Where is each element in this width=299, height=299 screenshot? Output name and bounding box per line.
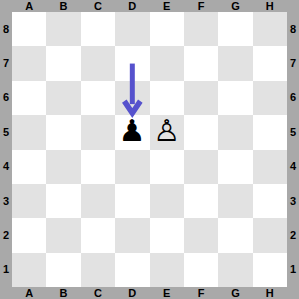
square-g3[interactable] [218, 184, 252, 218]
rank-label-7-right: 7 [287, 46, 299, 80]
file-label-a-top: A [12, 0, 46, 12]
square-h8[interactable] [253, 12, 287, 46]
square-h7[interactable] [253, 46, 287, 80]
square-e8[interactable] [150, 12, 184, 46]
square-a2[interactable] [12, 218, 46, 252]
square-b3[interactable] [46, 184, 80, 218]
square-h5[interactable] [253, 115, 287, 149]
square-c7[interactable] [81, 46, 115, 80]
square-f2[interactable] [184, 218, 218, 252]
rank-label-1-left: 1 [0, 253, 12, 287]
square-g8[interactable] [218, 12, 252, 46]
rank-label-4-right: 4 [287, 150, 299, 184]
square-d4[interactable] [115, 150, 149, 184]
square-f5[interactable] [184, 115, 218, 149]
file-label-e-top: E [150, 0, 184, 12]
square-c6[interactable] [81, 81, 115, 115]
square-c3[interactable] [81, 184, 115, 218]
square-f1[interactable] [184, 253, 218, 287]
file-label-f-bottom: F [184, 287, 218, 299]
white-pawn[interactable]: ♙ [153, 116, 180, 146]
square-e5[interactable]: ♙ [150, 115, 184, 149]
square-d7[interactable] [115, 46, 149, 80]
square-d2[interactable] [115, 218, 149, 252]
square-b7[interactable] [46, 46, 80, 80]
file-label-e-bottom: E [150, 287, 184, 299]
file-label-h-top: H [253, 0, 287, 12]
rank-label-1-right: 1 [287, 253, 299, 287]
file-label-g-bottom: G [218, 287, 252, 299]
black-pawn[interactable]: ♟ [119, 116, 146, 146]
rank-label-6-right: 6 [287, 81, 299, 115]
square-d1[interactable] [115, 253, 149, 287]
square-d5[interactable]: ♟ [115, 115, 149, 149]
rank-labels-left: 87654321 [0, 12, 12, 287]
rank-labels-right: 87654321 [287, 12, 299, 287]
file-label-b-bottom: B [46, 287, 80, 299]
rank-label-6-left: 6 [0, 81, 12, 115]
file-labels-bottom: ABCDEFGH [12, 287, 287, 299]
square-b6[interactable] [46, 81, 80, 115]
square-f6[interactable] [184, 81, 218, 115]
square-g4[interactable] [218, 150, 252, 184]
chess-diagram: ABCDEFGH ABCDEFGH 87654321 87654321 ♟♙ [0, 0, 299, 299]
square-b1[interactable] [46, 253, 80, 287]
square-e4[interactable] [150, 150, 184, 184]
square-f8[interactable] [184, 12, 218, 46]
square-b5[interactable] [46, 115, 80, 149]
rank-label-8-left: 8 [0, 12, 12, 46]
square-c2[interactable] [81, 218, 115, 252]
square-f3[interactable] [184, 184, 218, 218]
square-e2[interactable] [150, 218, 184, 252]
square-a8[interactable] [12, 12, 46, 46]
square-g5[interactable] [218, 115, 252, 149]
rank-label-7-left: 7 [0, 46, 12, 80]
square-h1[interactable] [253, 253, 287, 287]
rank-label-5-right: 5 [287, 115, 299, 149]
square-c4[interactable] [81, 150, 115, 184]
square-a4[interactable] [12, 150, 46, 184]
file-labels-top: ABCDEFGH [12, 0, 287, 12]
square-d6[interactable] [115, 81, 149, 115]
square-h2[interactable] [253, 218, 287, 252]
file-label-d-bottom: D [115, 287, 149, 299]
square-g6[interactable] [218, 81, 252, 115]
rank-label-3-left: 3 [0, 184, 12, 218]
rank-label-2-right: 2 [287, 218, 299, 252]
square-a7[interactable] [12, 46, 46, 80]
square-f4[interactable] [184, 150, 218, 184]
square-e6[interactable] [150, 81, 184, 115]
file-label-g-top: G [218, 0, 252, 12]
rank-label-8-right: 8 [287, 12, 299, 46]
square-a1[interactable] [12, 253, 46, 287]
square-e1[interactable] [150, 253, 184, 287]
square-d3[interactable] [115, 184, 149, 218]
square-e3[interactable] [150, 184, 184, 218]
square-d8[interactable] [115, 12, 149, 46]
file-label-a-bottom: A [12, 287, 46, 299]
file-label-b-top: B [46, 0, 80, 12]
square-h4[interactable] [253, 150, 287, 184]
rank-label-3-right: 3 [287, 184, 299, 218]
square-a3[interactable] [12, 184, 46, 218]
square-a6[interactable] [12, 81, 46, 115]
square-b2[interactable] [46, 218, 80, 252]
square-g2[interactable] [218, 218, 252, 252]
rank-label-2-left: 2 [0, 218, 12, 252]
square-c5[interactable] [81, 115, 115, 149]
rank-label-5-left: 5 [0, 115, 12, 149]
square-f7[interactable] [184, 46, 218, 80]
square-e7[interactable] [150, 46, 184, 80]
square-c8[interactable] [81, 12, 115, 46]
square-b8[interactable] [46, 12, 80, 46]
chessboard: ♟♙ [12, 12, 287, 287]
file-label-c-top: C [81, 0, 115, 12]
square-h3[interactable] [253, 184, 287, 218]
square-h6[interactable] [253, 81, 287, 115]
file-label-c-bottom: C [81, 287, 115, 299]
file-label-d-top: D [115, 0, 149, 12]
square-g1[interactable] [218, 253, 252, 287]
square-c1[interactable] [81, 253, 115, 287]
square-b4[interactable] [46, 150, 80, 184]
file-label-h-bottom: H [253, 287, 287, 299]
square-g7[interactable] [218, 46, 252, 80]
file-label-f-top: F [184, 0, 218, 12]
rank-label-4-left: 4 [0, 150, 12, 184]
square-a5[interactable] [12, 115, 46, 149]
